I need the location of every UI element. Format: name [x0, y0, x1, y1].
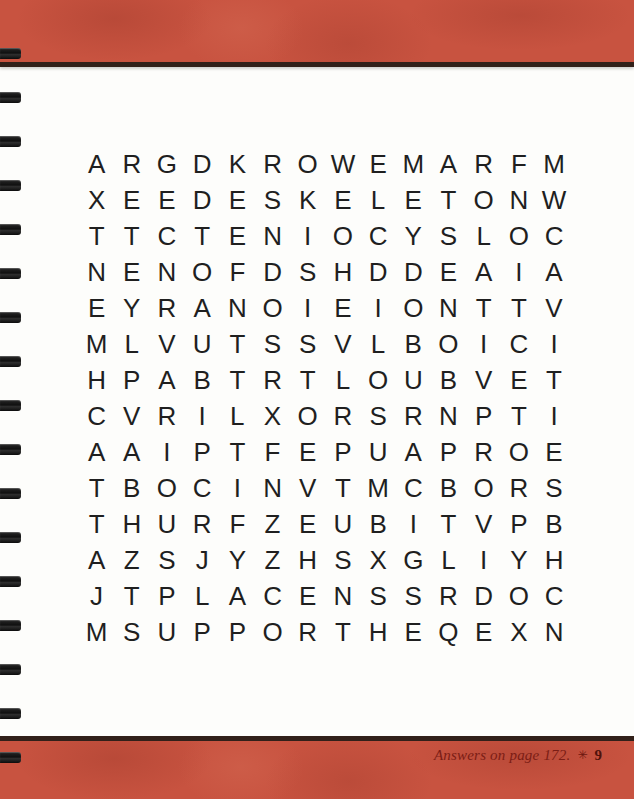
grid-cell: S	[361, 398, 396, 434]
grid-cell: P	[501, 506, 536, 542]
grid-cell: J	[185, 542, 220, 578]
grid-cell: E	[79, 290, 114, 326]
grid-cell: X	[255, 398, 290, 434]
binding-mark	[0, 488, 21, 499]
grid-cell: O	[396, 290, 431, 326]
grid-cell: S	[396, 578, 431, 614]
grid-cell: S	[114, 614, 149, 650]
grid-cell: S	[255, 182, 290, 218]
grid-cell: N	[431, 398, 466, 434]
grid-cell: B	[431, 470, 466, 506]
grid-cell: E	[501, 362, 536, 398]
grid-cell: O	[501, 578, 536, 614]
grid-cell: F	[220, 506, 255, 542]
grid-cell: N	[149, 254, 184, 290]
grid-cell: O	[466, 182, 501, 218]
top-rule	[0, 62, 634, 67]
binding-mark	[0, 664, 21, 675]
star-icon: ✳	[577, 748, 587, 763]
grid-cell: I	[185, 398, 220, 434]
grid-cell: Y	[114, 290, 149, 326]
grid-cell: P	[431, 434, 466, 470]
grid-cell: R	[431, 578, 466, 614]
grid-cell: S	[361, 578, 396, 614]
grid-cell: R	[255, 146, 290, 182]
grid-cell: R	[396, 398, 431, 434]
binding-mark	[0, 620, 21, 631]
grid-cell: O	[185, 254, 220, 290]
grid-cell: K	[220, 146, 255, 182]
grid-cell: I	[396, 506, 431, 542]
answers-reference-text: Answers on page 172.	[434, 747, 571, 764]
grid-cell: Z	[255, 542, 290, 578]
grid-cell: M	[536, 146, 571, 182]
grid-cell: H	[325, 254, 360, 290]
grid-cell: T	[114, 578, 149, 614]
word-search-book-page: ARGDKROWEMARFMXEEDESKELETONWTTCTENIOCYSL…	[0, 0, 634, 799]
grid-cell: L	[361, 326, 396, 362]
grid-cell: R	[255, 362, 290, 398]
grid-cell: R	[501, 470, 536, 506]
top-cover-band	[0, 0, 634, 62]
grid-cell: H	[290, 542, 325, 578]
grid-cell: A	[396, 434, 431, 470]
grid-cell: I	[501, 254, 536, 290]
grid-cell: E	[290, 506, 325, 542]
grid-cell: T	[466, 290, 501, 326]
grid-cell: Z	[114, 542, 149, 578]
grid-cell: A	[79, 542, 114, 578]
grid-cell: A	[79, 146, 114, 182]
grid-cell: I	[290, 218, 325, 254]
grid-cell: N	[325, 578, 360, 614]
grid-cell: T	[501, 290, 536, 326]
grid-cell: T	[79, 506, 114, 542]
grid-cell: P	[325, 434, 360, 470]
grid-cell: C	[536, 218, 571, 254]
grid-cell: V	[466, 362, 501, 398]
grid-cell: E	[290, 578, 325, 614]
grid-cell: E	[290, 434, 325, 470]
grid-cell: T	[325, 470, 360, 506]
grid-cell: E	[536, 434, 571, 470]
grid-cell: N	[501, 182, 536, 218]
grid-cell: R	[466, 434, 501, 470]
grid-cell: P	[220, 614, 255, 650]
grid-cell: I	[149, 434, 184, 470]
grid-cell: O	[290, 146, 325, 182]
grid-cell: C	[149, 218, 184, 254]
grid-cell: O	[361, 362, 396, 398]
word-search-grid: ARGDKROWEMARFMXEEDESKELETONWTTCTENIOCYSL…	[79, 146, 572, 650]
grid-cell: E	[114, 254, 149, 290]
grid-cell: A	[185, 290, 220, 326]
grid-cell: E	[466, 614, 501, 650]
grid-cell: U	[185, 326, 220, 362]
grid-cell: T	[431, 506, 466, 542]
grid-cell: B	[361, 506, 396, 542]
grid-cell: D	[361, 254, 396, 290]
grid-cell: I	[466, 542, 501, 578]
grid-cell: F	[255, 434, 290, 470]
grid-cell: O	[431, 326, 466, 362]
grid-cell: T	[290, 362, 325, 398]
grid-cell: T	[79, 470, 114, 506]
grid-cell: F	[220, 254, 255, 290]
grid-cell: B	[396, 326, 431, 362]
grid-cell: P	[185, 434, 220, 470]
grid-cell: V	[536, 290, 571, 326]
grid-cell: O	[255, 290, 290, 326]
binding-mark	[0, 48, 21, 59]
grid-cell: T	[220, 326, 255, 362]
grid-cell: F	[501, 146, 536, 182]
grid-cell: R	[185, 506, 220, 542]
grid-cell: M	[79, 326, 114, 362]
grid-cell: A	[149, 362, 184, 398]
grid-cell: I	[361, 290, 396, 326]
grid-cell: A	[220, 578, 255, 614]
binding-mark	[0, 92, 21, 103]
grid-cell: O	[501, 434, 536, 470]
grid-cell: H	[79, 362, 114, 398]
grid-cell: E	[149, 182, 184, 218]
grid-cell: D	[185, 146, 220, 182]
grid-cell: Z	[255, 506, 290, 542]
page-footer: Answers on page 172. ✳ 9	[434, 747, 602, 764]
page-number: 9	[595, 747, 603, 764]
binding-mark	[0, 400, 21, 411]
grid-cell: N	[431, 290, 466, 326]
grid-cell: S	[290, 254, 325, 290]
grid-cell: S	[149, 542, 184, 578]
grid-cell: O	[149, 470, 184, 506]
grid-cell: V	[466, 506, 501, 542]
grid-cell: O	[255, 614, 290, 650]
grid-cell: L	[185, 578, 220, 614]
grid-cell: Y	[220, 542, 255, 578]
grid-cell: P	[466, 398, 501, 434]
grid-cell: T	[114, 218, 149, 254]
grid-cell: U	[149, 506, 184, 542]
grid-cell: C	[185, 470, 220, 506]
grid-cell: M	[79, 614, 114, 650]
grid-cell: D	[185, 182, 220, 218]
grid-cell: S	[536, 470, 571, 506]
grid-cell: U	[325, 506, 360, 542]
grid-cell: L	[114, 326, 149, 362]
grid-cell: C	[79, 398, 114, 434]
grid-cell: T	[185, 218, 220, 254]
grid-cell: Y	[501, 542, 536, 578]
grid-cell: E	[114, 182, 149, 218]
grid-cell: R	[325, 398, 360, 434]
grid-cell: V	[290, 470, 325, 506]
grid-cell: O	[466, 470, 501, 506]
grid-cell: S	[431, 218, 466, 254]
grid-cell: N	[536, 614, 571, 650]
grid-cell: A	[466, 254, 501, 290]
grid-cell: U	[361, 434, 396, 470]
binding-mark	[0, 444, 21, 455]
grid-cell: R	[466, 146, 501, 182]
grid-cell: C	[536, 578, 571, 614]
grid-cell: L	[466, 218, 501, 254]
grid-cell: V	[325, 326, 360, 362]
grid-cell: H	[361, 614, 396, 650]
grid-cell: I	[536, 398, 571, 434]
grid-cell: Y	[396, 218, 431, 254]
grid-cell: G	[149, 146, 184, 182]
grid-cell: A	[536, 254, 571, 290]
grid-cell: N	[255, 470, 290, 506]
grid-cell: J	[79, 578, 114, 614]
grid-cell: Q	[431, 614, 466, 650]
grid-cell: A	[114, 434, 149, 470]
grid-cell: T	[325, 614, 360, 650]
grid-cell: V	[114, 398, 149, 434]
grid-cell: E	[220, 182, 255, 218]
grid-cell: T	[220, 362, 255, 398]
grid-cell: P	[185, 614, 220, 650]
grid-cell: S	[255, 326, 290, 362]
grid-cell: M	[396, 146, 431, 182]
grid-cell: R	[290, 614, 325, 650]
grid-cell: T	[79, 218, 114, 254]
grid-cell: I	[220, 470, 255, 506]
grid-cell: H	[114, 506, 149, 542]
grid-cell: D	[466, 578, 501, 614]
binding-mark	[0, 532, 21, 543]
grid-cell: K	[290, 182, 325, 218]
grid-cell: T	[431, 182, 466, 218]
binding-mark	[0, 312, 21, 323]
grid-cell: L	[361, 182, 396, 218]
grid-cell: C	[361, 218, 396, 254]
binding-mark	[0, 708, 21, 719]
grid-cell: T	[501, 398, 536, 434]
grid-cell: E	[325, 290, 360, 326]
grid-cell: O	[501, 218, 536, 254]
grid-cell: U	[396, 362, 431, 398]
grid-cell: B	[114, 470, 149, 506]
grid-cell: A	[431, 146, 466, 182]
grid-cell: W	[536, 182, 571, 218]
binding-mark	[0, 268, 21, 279]
binding-mark	[0, 752, 21, 763]
grid-cell: C	[396, 470, 431, 506]
grid-cell: R	[149, 398, 184, 434]
grid-cell: X	[79, 182, 114, 218]
grid-cell: B	[185, 362, 220, 398]
binding-mark	[0, 180, 21, 191]
grid-cell: S	[325, 542, 360, 578]
grid-cell: T	[536, 362, 571, 398]
grid-cell: B	[536, 506, 571, 542]
binding-mark	[0, 136, 21, 147]
grid-cell: P	[114, 362, 149, 398]
grid-cell: D	[255, 254, 290, 290]
grid-cell: C	[255, 578, 290, 614]
grid-cell: E	[361, 146, 396, 182]
grid-cell: D	[396, 254, 431, 290]
grid-cell: I	[536, 326, 571, 362]
grid-cell: E	[396, 182, 431, 218]
grid-cell: O	[325, 218, 360, 254]
grid-cell: S	[290, 326, 325, 362]
grid-cell: N	[220, 290, 255, 326]
grid-cell: X	[361, 542, 396, 578]
grid-cell: L	[220, 398, 255, 434]
grid-cell: M	[361, 470, 396, 506]
grid-cell: P	[149, 578, 184, 614]
grid-cell: R	[114, 146, 149, 182]
grid-cell: C	[501, 326, 536, 362]
grid-cell: L	[325, 362, 360, 398]
grid-cell: T	[220, 434, 255, 470]
grid-cell: H	[536, 542, 571, 578]
grid-cell: E	[220, 218, 255, 254]
spiral-binding	[0, 0, 26, 799]
binding-mark	[0, 224, 21, 235]
grid-cell: E	[325, 182, 360, 218]
grid-cell: I	[466, 326, 501, 362]
grid-cell: W	[325, 146, 360, 182]
grid-cell: G	[396, 542, 431, 578]
grid-cell: E	[396, 614, 431, 650]
grid-cell: O	[290, 398, 325, 434]
grid-cell: A	[79, 434, 114, 470]
grid-cell: B	[431, 362, 466, 398]
binding-mark	[0, 576, 21, 587]
grid-cell: N	[79, 254, 114, 290]
grid-cell: R	[149, 290, 184, 326]
grid-cell: N	[255, 218, 290, 254]
grid-cell: V	[149, 326, 184, 362]
grid-cell: U	[149, 614, 184, 650]
grid-cell: E	[431, 254, 466, 290]
grid-cell: X	[501, 614, 536, 650]
grid-cell: I	[290, 290, 325, 326]
binding-mark	[0, 356, 21, 367]
grid-cell: L	[431, 542, 466, 578]
